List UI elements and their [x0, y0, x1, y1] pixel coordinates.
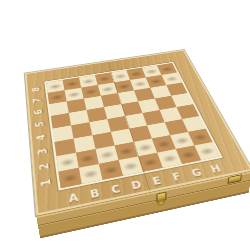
black-pawn-piece: ♟ — [150, 68, 164, 83]
black-pawn-piece: ♟ — [67, 81, 81, 96]
black-pawn-piece: ♟ — [165, 66, 179, 81]
black-pawn-piece: ♟ — [50, 83, 65, 98]
black-pawn-piece: ♟ — [84, 78, 98, 93]
white-rook-piece: ♜ — [59, 157, 81, 180]
white-knight-piece: ♞ — [79, 151, 103, 176]
brass-hinge-icon — [228, 174, 243, 184]
black-pawn-piece: ♟ — [101, 75, 115, 90]
brass-clasp-icon — [156, 191, 168, 209]
black-pawn-piece: ♟ — [134, 70, 148, 85]
black-pawn-piece: ♟ — [117, 73, 131, 88]
chess-board: ♜♞♝♛♚♝♞♜♟♟♟♟♟♟♟♟♟♟♟♟♟♟♟♟♜♞♝♛♚♝♞♜ ABCDEFG… — [25, 50, 250, 216]
chess-set-photo: ♜♞♝♛♚♝♞♜♟♟♟♟♟♟♟♟♟♟♟♟♟♟♟♟♜♞♝♛♚♝♞♜ ABCDEFG… — [0, 0, 250, 250]
